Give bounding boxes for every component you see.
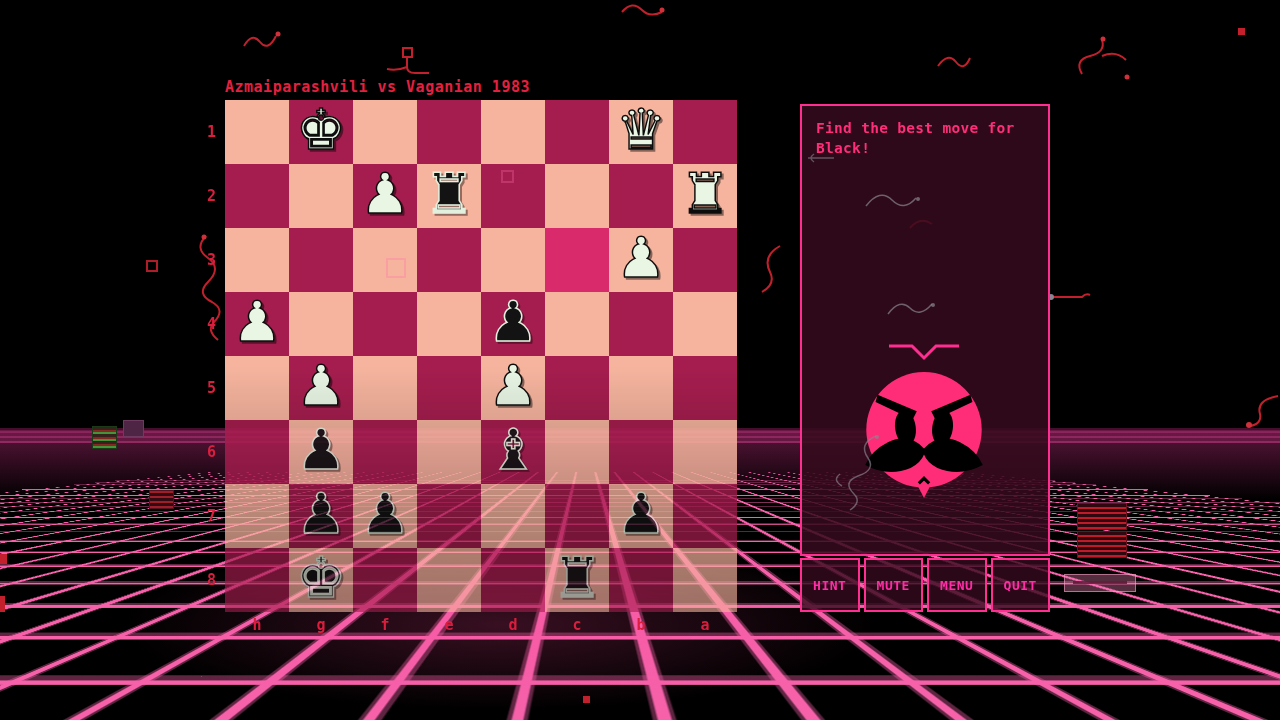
square-b8[interactable]	[609, 548, 673, 612]
square-c6[interactable]	[545, 420, 609, 484]
square-b7[interactable]: ♟	[609, 484, 673, 548]
rank-label-7: 7	[188, 484, 216, 548]
square-d5[interactable]: ♟	[481, 356, 545, 420]
square-c3[interactable]	[545, 228, 609, 292]
rank-label-8: 8	[188, 548, 216, 612]
angry-mustache-face-icon	[857, 368, 991, 502]
square-e7[interactable]	[417, 484, 481, 548]
square-a8[interactable]	[673, 548, 737, 612]
square-h6[interactable]	[225, 420, 289, 484]
file-label-h: h	[225, 613, 289, 637]
file-label-e: e	[417, 613, 481, 637]
square-b1[interactable]: ♛	[609, 100, 673, 164]
square-b2[interactable]	[609, 164, 673, 228]
circuit-squiggle-icon	[1046, 290, 1092, 304]
white-pawn-g5[interactable]: ♟	[296, 358, 346, 414]
white-rook-a2[interactable]: ♜	[680, 166, 730, 222]
rank-label-6: 6	[188, 420, 216, 484]
square-f2[interactable]: ♟	[353, 164, 417, 228]
square-g2[interactable]	[289, 164, 353, 228]
file-label-b: b	[609, 613, 673, 637]
square-g8[interactable]: ♚	[289, 548, 353, 612]
square-d6[interactable]: ♝	[481, 420, 545, 484]
square-c8[interactable]: ♜	[545, 548, 609, 612]
circuit-squiggle-icon	[756, 244, 792, 294]
puzzle-prompt: Find the best move for Black!	[802, 106, 1032, 170]
dust-squiggle-icon	[864, 182, 930, 216]
square-d3[interactable]	[481, 228, 545, 292]
square-f1[interactable]	[353, 100, 417, 164]
square-h1[interactable]	[225, 100, 289, 164]
black-king-g8[interactable]: ♚	[296, 550, 346, 606]
square-f6[interactable]	[353, 420, 417, 484]
angry-brow-icon	[888, 342, 960, 362]
square-e5[interactable]	[417, 356, 481, 420]
square-g1[interactable]: ♚	[289, 100, 353, 164]
black-pawn-b7[interactable]: ♟	[616, 486, 666, 542]
square-b3[interactable]: ♟	[609, 228, 673, 292]
file-label-g: g	[289, 613, 353, 637]
square-b4[interactable]	[609, 292, 673, 356]
rank-labels: 12345678	[188, 100, 216, 612]
square-h2[interactable]	[225, 164, 289, 228]
white-pawn-h4[interactable]: ♟	[232, 294, 282, 350]
white-king-g1[interactable]: ♚	[296, 102, 346, 158]
rank-label-3: 3	[188, 228, 216, 292]
black-rook-e2[interactable]: ♜	[424, 166, 474, 222]
square-a7[interactable]	[673, 484, 737, 548]
action-buttons: HINT MUTE MENU QUIT	[800, 558, 1050, 612]
file-label-f: f	[353, 613, 417, 637]
file-labels: hgfedcba	[225, 613, 737, 637]
circuit-squiggle-icon	[936, 50, 972, 72]
square-d8[interactable]	[481, 548, 545, 612]
black-pawn-d4[interactable]: ♟	[488, 294, 538, 350]
square-g3[interactable]	[289, 228, 353, 292]
square-a4[interactable]	[673, 292, 737, 356]
file-label-c: c	[545, 613, 609, 637]
square-a3[interactable]	[673, 228, 737, 292]
square-a5[interactable]	[673, 356, 737, 420]
rank-label-2: 2	[188, 164, 216, 228]
square-h5[interactable]	[225, 356, 289, 420]
black-rook-c8[interactable]: ♜	[552, 550, 602, 606]
square-c7[interactable]	[545, 484, 609, 548]
circuit-squiggle-icon	[242, 26, 282, 52]
square-d2[interactable]	[481, 164, 545, 228]
circuit-squiggle-icon	[383, 46, 433, 82]
circuit-squiggle-icon	[1236, 26, 1252, 40]
square-b6[interactable]	[609, 420, 673, 484]
black-bishop-d6[interactable]: ♝	[488, 422, 538, 478]
square-f3[interactable]	[353, 228, 417, 292]
square-a2[interactable]: ♜	[673, 164, 737, 228]
square-a1[interactable]	[673, 100, 737, 164]
file-label-a: a	[673, 613, 737, 637]
circuit-squiggle-icon	[1076, 36, 1132, 80]
black-pawn-g6[interactable]: ♟	[296, 422, 346, 478]
file-label-d: d	[481, 613, 545, 637]
glitch-square-icon	[146, 260, 158, 272]
square-a6[interactable]	[673, 420, 737, 484]
white-pawn-b3[interactable]: ♟	[616, 230, 666, 286]
square-h4[interactable]: ♟	[225, 292, 289, 356]
opponent-panel: Find the best move for Black!	[800, 104, 1050, 556]
square-g4[interactable]	[289, 292, 353, 356]
white-pawn-d5[interactable]: ♟	[488, 358, 538, 414]
quit-button[interactable]: QUIT	[991, 558, 1051, 612]
square-d1[interactable]	[481, 100, 545, 164]
mute-button[interactable]: MUTE	[864, 558, 924, 612]
black-pawn-g7[interactable]: ♟	[296, 486, 346, 542]
square-h3[interactable]	[225, 228, 289, 292]
square-g6[interactable]: ♟	[289, 420, 353, 484]
square-e8[interactable]	[417, 548, 481, 612]
square-e2[interactable]: ♜	[417, 164, 481, 228]
square-c5[interactable]	[545, 356, 609, 420]
square-g7[interactable]: ♟	[289, 484, 353, 548]
circuit-squiggle-icon	[1240, 394, 1280, 428]
white-pawn-f2[interactable]: ♟	[360, 166, 410, 222]
square-g5[interactable]: ♟	[289, 356, 353, 420]
white-queen-b1[interactable]: ♛	[616, 102, 666, 158]
rank-label-4: 4	[188, 292, 216, 356]
game-scene: Azmaiparashvili vs Vaganian 1983 1234567…	[0, 0, 1280, 720]
game-title: Azmaiparashvili vs Vaganian 1983	[225, 78, 530, 96]
hint-button[interactable]: HINT	[800, 558, 860, 612]
square-f8[interactable]	[353, 548, 417, 612]
rank-label-1: 1	[188, 100, 216, 164]
square-f4[interactable]	[353, 292, 417, 356]
square-d7[interactable]	[481, 484, 545, 548]
square-c4[interactable]	[545, 292, 609, 356]
chess-board: ♚♛♟♜♜♟♟♟♟♟♟♝♟♟♟♚♜	[225, 100, 737, 612]
square-e3[interactable]	[417, 228, 481, 292]
black-pawn-f7[interactable]: ♟	[360, 486, 410, 542]
square-c2[interactable]	[545, 164, 609, 228]
square-f5[interactable]	[353, 356, 417, 420]
square-f7[interactable]: ♟	[353, 484, 417, 548]
circuit-squiggle-icon	[620, 0, 666, 18]
square-h7[interactable]	[225, 484, 289, 548]
dust-squiggle-icon	[886, 294, 942, 322]
square-c1[interactable]	[545, 100, 609, 164]
square-b5[interactable]	[609, 356, 673, 420]
rank-label-5: 5	[188, 356, 216, 420]
square-e1[interactable]	[417, 100, 481, 164]
square-h8[interactable]	[225, 548, 289, 612]
square-e4[interactable]	[417, 292, 481, 356]
menu-button[interactable]: MENU	[927, 558, 987, 612]
square-d4[interactable]: ♟	[481, 292, 545, 356]
square-e6[interactable]	[417, 420, 481, 484]
